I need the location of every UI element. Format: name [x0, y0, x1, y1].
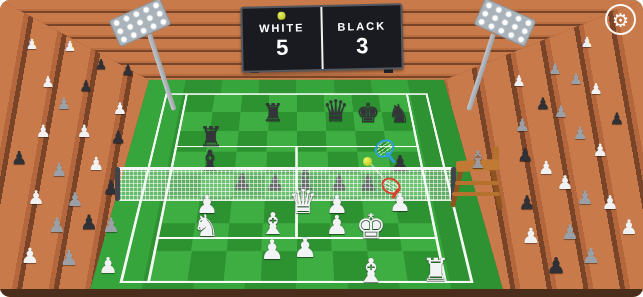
piece-white-rook[interactable]: ♜ — [422, 254, 451, 286]
spectator-pawn: ♟ — [561, 222, 579, 242]
spectator-pawn: ♟ — [110, 129, 125, 146]
spectator-pawn: ♟ — [569, 72, 582, 87]
spectator-pawn: ♟ — [121, 63, 134, 78]
scoreboard-black-cell: BLACK 3 — [322, 5, 401, 69]
spectator-pawn: ♟ — [581, 35, 594, 49]
spectator-pawn: ♟ — [512, 74, 525, 89]
spectator-pawn: ♟ — [592, 142, 607, 159]
piece-black-rook[interactable]: ♜ — [262, 100, 284, 125]
piece-black-king[interactable]: ♚ — [356, 99, 380, 126]
net-post-left — [115, 167, 120, 201]
spectator-pawn: ♟ — [102, 215, 120, 235]
spectator-pawn: ♟ — [51, 161, 67, 179]
piece-white-pawn[interactable]: ♟ — [260, 236, 284, 263]
scoreboard: WHITE 5 BLACK 3 — [240, 3, 403, 72]
umpire-chair-rung — [455, 181, 499, 185]
spectator-pawn: ♟ — [113, 101, 127, 117]
spectator-pawn: ♟ — [514, 117, 529, 134]
white-label: WHITE — [259, 21, 305, 34]
black-label: BLACK — [337, 20, 386, 33]
spectator-pawn: ♟ — [518, 193, 535, 212]
scoreboard-white-cell: WHITE 5 — [242, 7, 321, 71]
piece-white-queen[interactable]: ♛ — [288, 185, 318, 218]
spectator-pawn: ♟ — [41, 75, 54, 90]
spectator-pawn: ♟ — [556, 173, 573, 192]
spectator-pawn: ♟ — [589, 82, 602, 97]
piece-black-queen[interactable]: ♛ — [323, 96, 350, 126]
white-score: 5 — [276, 35, 289, 61]
spectator-pawn: ♟ — [620, 217, 638, 237]
spectator-pawn: ♟ — [66, 190, 83, 209]
spectator-pawn: ♟ — [610, 111, 624, 127]
spectator-pawn: ♟ — [576, 188, 593, 207]
spectator-pawn: ♟ — [554, 104, 568, 120]
spectator-pawn: ♟ — [26, 37, 39, 51]
spectator-pawn: ♟ — [582, 246, 601, 267]
spectator-pawn: ♟ — [95, 57, 108, 71]
spectator-pawn: ♟ — [60, 248, 79, 269]
spectator-pawn: ♟ — [35, 123, 50, 140]
serve-indicator-ball-icon — [277, 12, 285, 20]
game-scene: WHITE 5 BLACK 3 ♜♛♚♞♜♝♟♟♝♟♟♟♟♞♝♛♟♟♚♟♟♟♝♜… — [0, 0, 643, 297]
piece-black-knight[interactable]: ♞ — [388, 101, 410, 126]
spectator-pawn: ♟ — [64, 39, 77, 53]
gear-icon: ⚙ — [612, 9, 629, 31]
settings-button[interactable]: ⚙ — [605, 4, 636, 35]
spectator-pawn: ♟ — [548, 62, 561, 77]
spectator-pawn: ♟ — [11, 149, 27, 167]
spectator-pawn: ♟ — [21, 246, 40, 267]
spectator-pawn: ♟ — [601, 193, 618, 212]
umpire-piece: ♝ — [467, 148, 489, 172]
piece-white-knight[interactable]: ♞ — [193, 211, 220, 241]
spectator-pawn: ♟ — [88, 155, 104, 173]
spectator-pawn: ♟ — [536, 96, 550, 112]
spectator-pawn: ♟ — [572, 125, 587, 142]
spectator-pawn: ♟ — [98, 255, 118, 277]
courtside-floor — [0, 289, 643, 297]
umpire-chair-rung — [452, 192, 500, 196]
spectator-pawn: ♟ — [48, 215, 66, 235]
spectator-pawn: ♟ — [57, 96, 71, 112]
spectator-pawn: ♟ — [27, 188, 44, 207]
spectator-pawn: ♟ — [546, 255, 566, 277]
spectator-pawn: ♟ — [79, 79, 92, 94]
baseline-near — [119, 280, 473, 282]
spectator-pawn: ♟ — [522, 226, 541, 247]
black-score: 3 — [356, 33, 369, 59]
spectator-pawn: ♟ — [76, 123, 91, 140]
spectator-pawn: ♟ — [80, 212, 98, 232]
piece-white-pawn[interactable]: ♟ — [293, 234, 317, 261]
spectator-pawn: ♟ — [517, 146, 533, 164]
piece-white-pawn[interactable]: ♟ — [325, 212, 348, 238]
piece-white-bishop[interactable]: ♝ — [356, 254, 386, 287]
spectator-pawn: ♟ — [538, 159, 554, 177]
baseline-far — [165, 93, 428, 94]
piece-white-king[interactable]: ♚ — [356, 209, 386, 243]
tennis-ball — [363, 157, 372, 166]
